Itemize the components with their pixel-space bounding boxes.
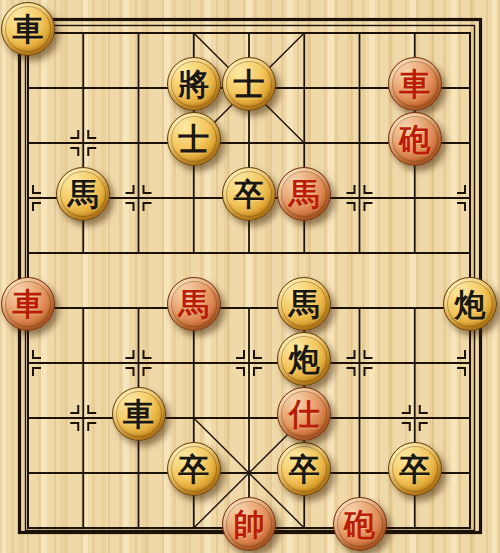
piece-black-advisor[interactable]: 士: [167, 112, 221, 166]
piece-glyph: 馬: [289, 289, 320, 320]
piece-glyph: 將: [178, 69, 209, 100]
piece-black-soldier[interactable]: 卒: [277, 442, 331, 496]
piece-glyph: 士: [234, 69, 265, 100]
piece-glyph: 仕: [289, 399, 320, 430]
piece-glyph: 士: [178, 124, 209, 155]
pieces-layer: 車將士士馬卒馬炮炮車卒卒卒車砲馬車馬仕帥砲: [0, 0, 500, 553]
piece-red-cannon[interactable]: 砲: [388, 112, 442, 166]
piece-glyph: 砲: [399, 124, 430, 155]
piece-glyph: 馬: [178, 289, 209, 320]
piece-black-chariot[interactable]: 車: [1, 2, 55, 56]
piece-black-cannon[interactable]: 炮: [277, 332, 331, 386]
piece-black-soldier[interactable]: 卒: [222, 167, 276, 221]
piece-glyph: 車: [13, 14, 44, 45]
xiangqi-board: 車將士士馬卒馬炮炮車卒卒卒車砲馬車馬仕帥砲: [0, 0, 500, 553]
piece-glyph: 馬: [68, 179, 99, 210]
piece-black-chariot[interactable]: 車: [112, 387, 166, 441]
piece-red-cannon[interactable]: 砲: [333, 497, 387, 551]
piece-black-horse[interactable]: 馬: [277, 277, 331, 331]
piece-glyph: 帥: [234, 509, 265, 540]
piece-black-cannon[interactable]: 炮: [443, 277, 497, 331]
piece-glyph: 馬: [289, 179, 320, 210]
piece-black-horse[interactable]: 馬: [56, 167, 110, 221]
piece-black-soldier[interactable]: 卒: [388, 442, 442, 496]
piece-glyph: 卒: [289, 454, 320, 485]
piece-red-chariot[interactable]: 車: [1, 277, 55, 331]
piece-red-advisor[interactable]: 仕: [277, 387, 331, 441]
piece-red-general[interactable]: 帥: [222, 497, 276, 551]
piece-red-horse[interactable]: 馬: [277, 167, 331, 221]
piece-glyph: 卒: [234, 179, 265, 210]
piece-glyph: 車: [399, 69, 430, 100]
piece-glyph: 炮: [455, 289, 486, 320]
piece-glyph: 炮: [289, 344, 320, 375]
piece-glyph: 車: [123, 399, 154, 430]
piece-glyph: 卒: [399, 454, 430, 485]
piece-black-advisor[interactable]: 士: [222, 57, 276, 111]
piece-glyph: 砲: [344, 509, 375, 540]
piece-glyph: 卒: [178, 454, 209, 485]
piece-red-chariot[interactable]: 車: [388, 57, 442, 111]
piece-glyph: 車: [13, 289, 44, 320]
piece-red-horse[interactable]: 馬: [167, 277, 221, 331]
piece-black-soldier[interactable]: 卒: [167, 442, 221, 496]
piece-black-general[interactable]: 將: [167, 57, 221, 111]
